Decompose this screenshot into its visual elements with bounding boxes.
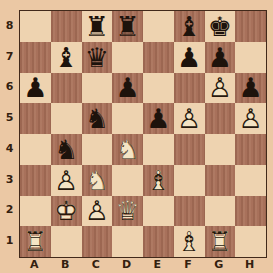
white-knight-outline: ♘: [112, 134, 143, 165]
white-pawn-outline: ♙: [235, 103, 266, 134]
white-bishop-outline: ♗: [143, 165, 174, 196]
square-a5[interactable]: [20, 103, 51, 134]
square-f5[interactable]: ♟♙: [174, 103, 205, 134]
square-c7[interactable]: ♛: [82, 42, 113, 73]
square-c6[interactable]: [82, 73, 113, 104]
white-pawn[interactable]: ♟: [51, 165, 82, 196]
black-knight[interactable]: ♞: [82, 103, 113, 134]
rank-label-8: 8: [2, 10, 17, 41]
square-f8[interactable]: ♝: [174, 11, 205, 42]
square-a7[interactable]: [20, 42, 51, 73]
square-b6[interactable]: [51, 73, 82, 104]
black-pawn[interactable]: ♟: [143, 103, 174, 134]
file-label-g: G: [204, 256, 235, 272]
square-d6[interactable]: ♟: [112, 73, 143, 104]
white-bishop[interactable]: ♝: [174, 226, 205, 257]
square-a1[interactable]: ♜♖: [20, 226, 51, 257]
square-c8[interactable]: ♜: [82, 11, 113, 42]
white-king-outline: ♔: [51, 196, 82, 227]
black-pawn[interactable]: ♟: [235, 73, 266, 104]
black-king[interactable]: ♚: [205, 11, 236, 42]
white-rook[interactable]: ♜: [20, 226, 51, 257]
square-g6[interactable]: ♟♙: [205, 73, 236, 104]
square-f3[interactable]: [174, 165, 205, 196]
square-d7[interactable]: [112, 42, 143, 73]
white-pawn-outline: ♙: [51, 165, 82, 196]
white-knight[interactable]: ♞: [112, 134, 143, 165]
white-pawn-outline: ♙: [174, 103, 205, 134]
white-rook[interactable]: ♜: [205, 226, 236, 257]
white-king[interactable]: ♚: [51, 196, 82, 227]
square-h4[interactable]: [235, 134, 266, 165]
square-e5[interactable]: ♟: [143, 103, 174, 134]
black-bishop[interactable]: ♝: [174, 11, 205, 42]
rank-label-1: 1: [2, 225, 17, 256]
square-g1[interactable]: ♜♖: [205, 226, 236, 257]
square-d4[interactable]: ♞♘: [112, 134, 143, 165]
rank-label-4: 4: [2, 133, 17, 164]
square-a8[interactable]: [20, 11, 51, 42]
file-label-e: E: [142, 256, 173, 272]
chess-board: ♜♜♝♚♝♛♟♟♟♟♟♙♟♞♟♟♙♟♙♞♞♘♟♙♞♘♝♗♚♔♟♙♛♕♜♖♝♗♜♖: [19, 10, 267, 258]
square-c5[interactable]: ♞: [82, 103, 113, 134]
rank-label-2: 2: [2, 195, 17, 226]
square-h2[interactable]: [235, 196, 266, 227]
square-a4[interactable]: [20, 134, 51, 165]
square-c1[interactable]: [82, 226, 113, 257]
white-pawn[interactable]: ♟: [205, 73, 236, 104]
square-f6[interactable]: [174, 73, 205, 104]
square-b5[interactable]: [51, 103, 82, 134]
rank-label-7: 7: [2, 41, 17, 72]
white-pawn[interactable]: ♟: [174, 103, 205, 134]
square-a6[interactable]: ♟: [20, 73, 51, 104]
square-g5[interactable]: [205, 103, 236, 134]
black-rook[interactable]: ♜: [112, 11, 143, 42]
white-pawn-outline: ♙: [205, 73, 236, 104]
file-label-d: D: [111, 256, 142, 272]
black-pawn[interactable]: ♟: [112, 73, 143, 104]
black-pawn[interactable]: ♟: [20, 73, 51, 104]
square-g8[interactable]: ♚: [205, 11, 236, 42]
square-a3[interactable]: [20, 165, 51, 196]
square-h7[interactable]: [235, 42, 266, 73]
white-knight[interactable]: ♞: [82, 165, 113, 196]
square-b2[interactable]: ♚♔: [51, 196, 82, 227]
square-e3[interactable]: ♝♗: [143, 165, 174, 196]
square-e4[interactable]: [143, 134, 174, 165]
square-b7[interactable]: ♝: [51, 42, 82, 73]
white-rook-outline: ♖: [205, 226, 236, 257]
white-queen-outline: ♕: [112, 196, 143, 227]
square-e1[interactable]: [143, 226, 174, 257]
square-d5[interactable]: [112, 103, 143, 134]
square-c4[interactable]: [82, 134, 113, 165]
square-d2[interactable]: ♛♕: [112, 196, 143, 227]
black-rook[interactable]: ♜: [82, 11, 113, 42]
square-d1[interactable]: [112, 226, 143, 257]
square-f2[interactable]: [174, 196, 205, 227]
file-label-a: A: [19, 256, 50, 272]
rank-label-5: 5: [2, 102, 17, 133]
square-e8[interactable]: [143, 11, 174, 42]
black-knight[interactable]: ♞: [51, 134, 82, 165]
square-h5[interactable]: ♟♙: [235, 103, 266, 134]
square-a2[interactable]: [20, 196, 51, 227]
white-knight-outline: ♘: [82, 165, 113, 196]
square-d3[interactable]: [112, 165, 143, 196]
white-bishop[interactable]: ♝: [143, 165, 174, 196]
file-label-f: F: [173, 256, 204, 272]
file-label-b: B: [50, 256, 81, 272]
square-b3[interactable]: ♟♙: [51, 165, 82, 196]
file-label-h: H: [234, 256, 265, 272]
square-d8[interactable]: ♜: [112, 11, 143, 42]
white-queen[interactable]: ♛: [112, 196, 143, 227]
square-h1[interactable]: [235, 226, 266, 257]
rank-label-6: 6: [2, 72, 17, 103]
square-g7[interactable]: ♟: [205, 42, 236, 73]
white-rook-outline: ♖: [20, 226, 51, 257]
square-c2[interactable]: ♟♙: [82, 196, 113, 227]
chess-diagram: ♜♜♝♚♝♛♟♟♟♟♟♙♟♞♟♟♙♟♙♞♞♘♟♙♞♘♝♗♚♔♟♙♛♕♜♖♝♗♜♖…: [0, 0, 273, 273]
square-f1[interactable]: ♝♗: [174, 226, 205, 257]
black-pawn[interactable]: ♟: [205, 42, 236, 73]
square-e7[interactable]: [143, 42, 174, 73]
square-c3[interactable]: ♞♘: [82, 165, 113, 196]
square-g4[interactable]: [205, 134, 236, 165]
square-g2[interactable]: [205, 196, 236, 227]
square-b4[interactable]: ♞: [51, 134, 82, 165]
white-bishop-outline: ♗: [174, 226, 205, 257]
black-bishop[interactable]: ♝: [51, 42, 82, 73]
square-b1[interactable]: [51, 226, 82, 257]
square-h3[interactable]: [235, 165, 266, 196]
white-pawn[interactable]: ♟: [82, 196, 113, 227]
square-b8[interactable]: [51, 11, 82, 42]
square-f7[interactable]: ♟: [174, 42, 205, 73]
square-g3[interactable]: [205, 165, 236, 196]
file-label-c: C: [81, 256, 112, 272]
black-queen[interactable]: ♛: [82, 42, 113, 73]
square-h8[interactable]: [235, 11, 266, 42]
white-pawn-outline: ♙: [82, 196, 113, 227]
square-h6[interactable]: ♟: [235, 73, 266, 104]
rank-label-3: 3: [2, 164, 17, 195]
black-pawn[interactable]: ♟: [174, 42, 205, 73]
white-pawn[interactable]: ♟: [235, 103, 266, 134]
square-e2[interactable]: [143, 196, 174, 227]
square-e6[interactable]: [143, 73, 174, 104]
square-f4[interactable]: [174, 134, 205, 165]
